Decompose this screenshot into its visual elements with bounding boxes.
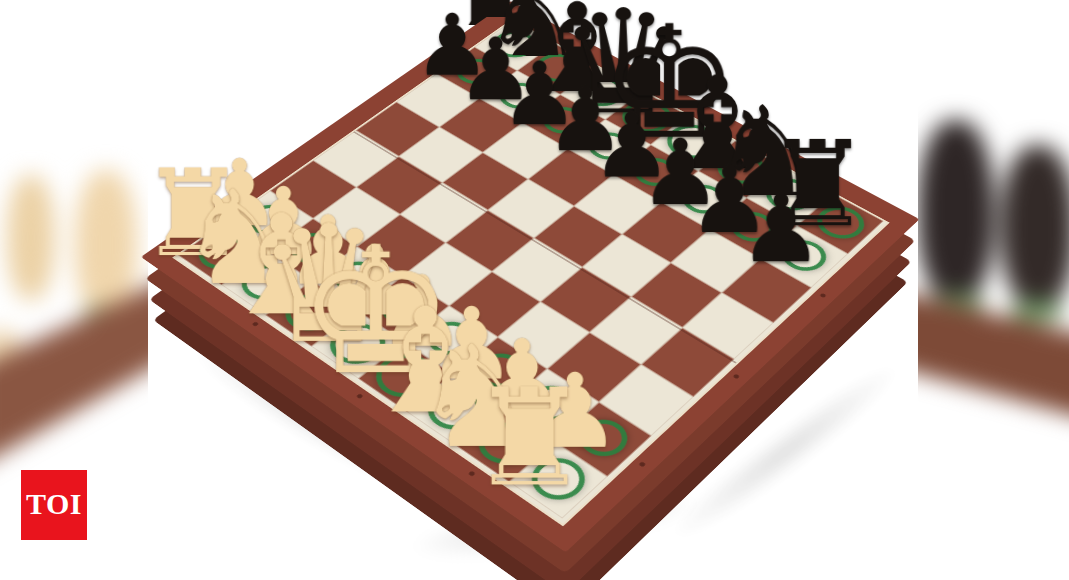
piece-black-pawn-h7: ♟ (739, 183, 823, 277)
piece-white-rook-h1: ♜ (469, 370, 589, 504)
toi-logo: TOI (21, 470, 87, 540)
frame-screw (733, 374, 741, 380)
toi-logo-text: TOI (26, 487, 82, 523)
news-photo-stage: ♜♞♝♛♚♝♞♜♟♟♟♟♟♟♟♟♟♟♟♟♟♟♟♟♜♞♝♛♚♝♞♜ TOI (0, 0, 1069, 580)
frame-screw (819, 293, 826, 298)
chess-board: ♜♞♝♛♚♝♞♜♟♟♟♟♟♟♟♟♟♟♟♟♟♟♟♟♜♞♝♛♚♝♞♜ (141, 1, 920, 553)
chess-photo-scene: ♜♞♝♛♚♝♞♜♟♟♟♟♟♟♟♟♟♟♟♟♟♟♟♟♜♞♝♛♚♝♞♜ (0, 0, 1069, 580)
frame-screw (638, 461, 646, 467)
